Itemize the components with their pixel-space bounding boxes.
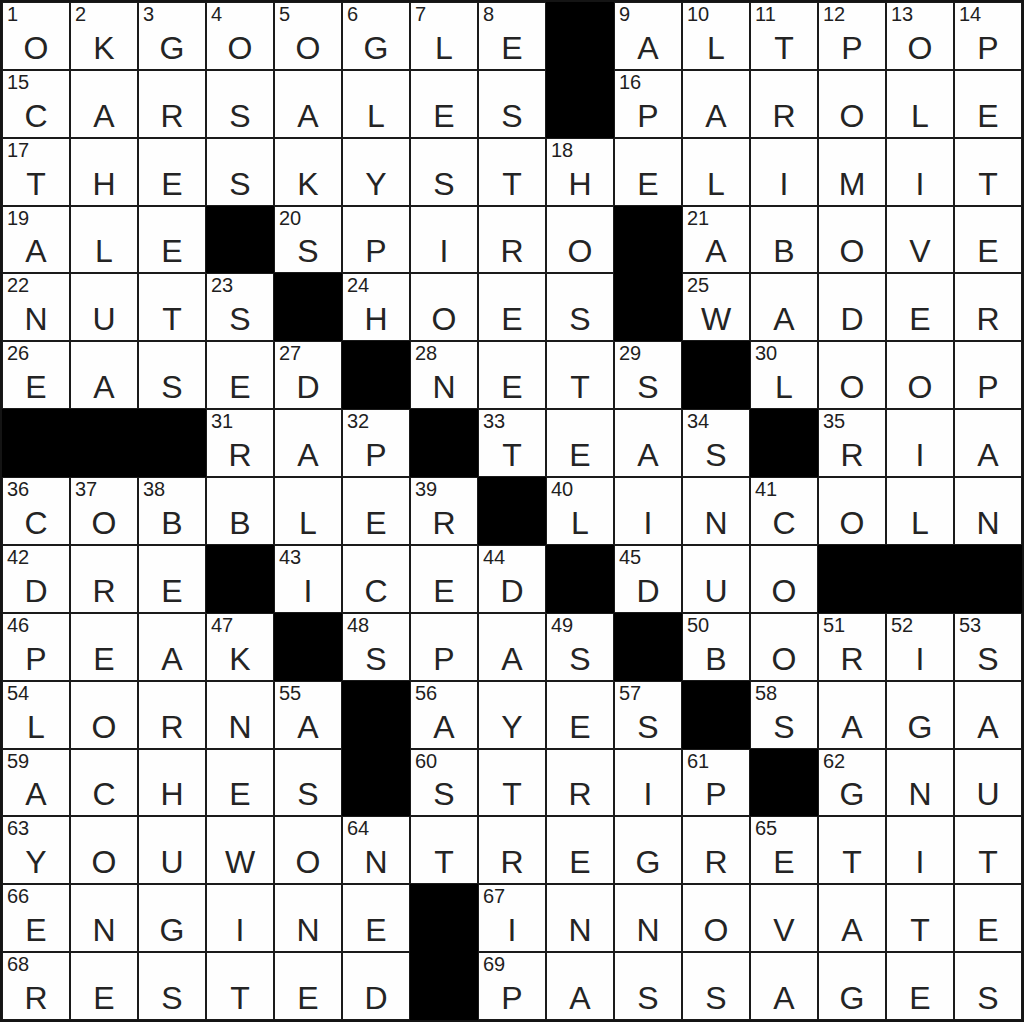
grid-cell-r4c13[interactable]: O [818, 206, 886, 274]
grid-cell-r10c7[interactable]: P [410, 613, 478, 681]
grid-cell-r13c8[interactable]: R [478, 816, 546, 884]
cell-letter: O [751, 575, 817, 607]
grid-cell-r3c13[interactable]: M [818, 138, 886, 206]
cell-letter: T [207, 982, 273, 1014]
grid-cell-r2c5[interactable]: A [274, 70, 342, 138]
block-cell-r11c11 [682, 681, 750, 749]
grid-cell-r8c4[interactable]: B [206, 477, 274, 545]
grid-cell-r9c10[interactable]: 45D [614, 545, 682, 613]
cell-letter: R [547, 778, 613, 810]
grid-cell-r5c14[interactable]: E [886, 273, 954, 341]
grid-cell-r6c9[interactable]: T [546, 341, 614, 409]
grid-cell-r3c6[interactable]: Y [342, 138, 410, 206]
grid-cell-r4c2[interactable]: L [70, 206, 138, 274]
grid-cell-r13c9[interactable]: E [546, 816, 614, 884]
clue-number: 10 [687, 4, 709, 25]
grid-cell-r5c11[interactable]: 25W [682, 273, 750, 341]
grid-cell-r9c1[interactable]: 42D [2, 545, 70, 613]
grid-cell-r10c13[interactable]: 51R [818, 613, 886, 681]
grid-cell-r9c11[interactable]: U [682, 545, 750, 613]
cell-letter: A [683, 235, 749, 267]
cell-letter: I [887, 439, 953, 471]
grid-cell-r12c9[interactable]: R [546, 749, 614, 817]
grid-cell-r11c4[interactable]: N [206, 681, 274, 749]
cell-letter: E [275, 982, 341, 1014]
clue-number: 22 [7, 275, 29, 296]
clue-number: 19 [7, 208, 29, 229]
grid-cell-r10c4[interactable]: 47K [206, 613, 274, 681]
grid-cell-r15c15[interactable]: S [954, 952, 1022, 1020]
cell-letter: O [275, 846, 341, 878]
cell-letter: E [887, 303, 953, 335]
cell-letter: O [751, 643, 817, 675]
grid-cell-r1c3[interactable]: 3G [138, 2, 206, 70]
grid-cell-r13c11[interactable]: R [682, 816, 750, 884]
grid-cell-r3c2[interactable]: H [70, 138, 138, 206]
clue-number: 13 [891, 4, 913, 25]
grid-cell-r12c13[interactable]: 62G [818, 749, 886, 817]
cell-letter: L [547, 507, 613, 539]
block-cell-r9c9 [546, 545, 614, 613]
cell-letter: T [751, 32, 817, 64]
grid-cell-r3c3[interactable]: E [138, 138, 206, 206]
grid-cell-r4c8[interactable]: R [478, 206, 546, 274]
grid-cell-r3c12[interactable]: I [750, 138, 818, 206]
grid-cell-r1c1[interactable]: 1O [2, 2, 70, 70]
grid-cell-r7c4[interactable]: 31R [206, 409, 274, 477]
cell-letter: N [683, 507, 749, 539]
grid-cell-r8c15[interactable]: N [954, 477, 1022, 545]
cell-letter: T [411, 846, 477, 878]
grid-cell-r5c7[interactable]: O [410, 273, 478, 341]
grid-cell-r9c7[interactable]: E [410, 545, 478, 613]
cell-letter: E [479, 32, 545, 64]
grid-cell-r11c7[interactable]: 56A [410, 681, 478, 749]
grid-cell-r7c14[interactable]: I [886, 409, 954, 477]
grid-cell-r1c2[interactable]: 2K [70, 2, 138, 70]
grid-cell-r15c3[interactable]: S [138, 952, 206, 1020]
grid-cell-r4c11[interactable]: 21A [682, 206, 750, 274]
grid-cell-r10c6[interactable]: 48S [342, 613, 410, 681]
cell-letter: A [71, 100, 137, 132]
clue-number: 57 [619, 683, 641, 704]
grid-cell-r6c14[interactable]: O [886, 341, 954, 409]
cell-letter: I [887, 643, 953, 675]
clue-number: 35 [823, 411, 845, 432]
cell-letter: L [3, 711, 69, 743]
grid-cell-r14c4[interactable]: I [206, 884, 274, 952]
grid-cell-r2c10[interactable]: 16P [614, 70, 682, 138]
grid-cell-r6c10[interactable]: 29S [614, 341, 682, 409]
cell-letter: O [71, 846, 137, 878]
cell-letter: G [615, 846, 681, 878]
clue-number: 40 [551, 479, 573, 500]
grid-cell-r8c2[interactable]: 37O [70, 477, 138, 545]
grid-cell-r14c9[interactable]: N [546, 884, 614, 952]
grid-cell-r13c12[interactable]: 65E [750, 816, 818, 884]
crossword-grid: 1O2K3G4O5O6G7L8E9A10L11T12P13O14P15CARSA… [0, 0, 1024, 1022]
cell-letter: I [479, 914, 545, 946]
cell-letter: L [71, 235, 137, 267]
grid-cell-r1c12[interactable]: 11T [750, 2, 818, 70]
grid-cell-r15c9[interactable]: A [546, 952, 614, 1020]
grid-cell-r5c8[interactable]: E [478, 273, 546, 341]
grid-cell-r7c5[interactable]: A [274, 409, 342, 477]
grid-cell-r11c8[interactable]: Y [478, 681, 546, 749]
grid-cell-r1c7[interactable]: 7L [410, 2, 478, 70]
grid-cell-r14c14[interactable]: T [886, 884, 954, 952]
grid-cell-r14c11[interactable]: O [682, 884, 750, 952]
grid-cell-r8c9[interactable]: 40L [546, 477, 614, 545]
cell-letter: O [547, 235, 613, 267]
grid-cell-r5c2[interactable]: U [70, 273, 138, 341]
grid-cell-r3c15[interactable]: T [954, 138, 1022, 206]
grid-cell-r2c6[interactable]: L [342, 70, 410, 138]
grid-cell-r1c15[interactable]: 14P [954, 2, 1022, 70]
grid-cell-r10c14[interactable]: 52I [886, 613, 954, 681]
grid-cell-r6c3[interactable]: S [138, 341, 206, 409]
grid-cell-r13c3[interactable]: U [138, 816, 206, 884]
grid-cell-r7c11[interactable]: 34S [682, 409, 750, 477]
clue-number: 44 [483, 547, 505, 568]
grid-cell-r14c5[interactable]: N [274, 884, 342, 952]
grid-cell-r8c5[interactable]: L [274, 477, 342, 545]
grid-cell-r13c4[interactable]: W [206, 816, 274, 884]
grid-cell-r1c6[interactable]: 6G [342, 2, 410, 70]
grid-cell-r4c3[interactable]: E [138, 206, 206, 274]
grid-cell-r7c8[interactable]: 33T [478, 409, 546, 477]
grid-cell-r13c14[interactable]: I [886, 816, 954, 884]
cell-letter: R [479, 846, 545, 878]
grid-cell-r13c10[interactable]: G [614, 816, 682, 884]
grid-cell-r15c10[interactable]: S [614, 952, 682, 1020]
grid-cell-r1c4[interactable]: 4O [206, 2, 274, 70]
grid-cell-r15c8[interactable]: 69P [478, 952, 546, 1020]
cell-letter: E [955, 914, 1021, 946]
cell-letter: N [547, 914, 613, 946]
grid-cell-r15c11[interactable]: S [682, 952, 750, 1020]
grid-cell-r5c9[interactable]: S [546, 273, 614, 341]
grid-cell-r11c5[interactable]: 55A [274, 681, 342, 749]
cell-letter: B [751, 235, 817, 267]
grid-cell-r8c11[interactable]: N [682, 477, 750, 545]
grid-cell-r5c15[interactable]: R [954, 273, 1022, 341]
grid-cell-r2c1[interactable]: 15C [2, 70, 70, 138]
grid-cell-r7c13[interactable]: 35R [818, 409, 886, 477]
cell-letter: B [207, 507, 273, 539]
grid-cell-r2c13[interactable]: O [818, 70, 886, 138]
grid-cell-r8c3[interactable]: 38B [138, 477, 206, 545]
clue-number: 6 [347, 4, 358, 25]
grid-cell-r11c14[interactable]: G [886, 681, 954, 749]
grid-cell-r13c6[interactable]: 64N [342, 816, 410, 884]
grid-cell-r1c14[interactable]: 13O [886, 2, 954, 70]
grid-cell-r12c1[interactable]: 59A [2, 749, 70, 817]
grid-cell-r13c1[interactable]: 63Y [2, 816, 70, 884]
grid-cell-r14c8[interactable]: 67I [478, 884, 546, 952]
grid-cell-r3c5[interactable]: K [274, 138, 342, 206]
cell-letter: M [819, 168, 885, 200]
cell-letter: R [479, 235, 545, 267]
cell-letter: T [955, 168, 1021, 200]
clue-number: 49 [551, 615, 573, 636]
cell-letter: L [411, 32, 477, 64]
grid-cell-r8c6[interactable]: E [342, 477, 410, 545]
grid-cell-r12c3[interactable]: H [138, 749, 206, 817]
cell-letter: K [207, 643, 273, 675]
grid-cell-r13c7[interactable]: T [410, 816, 478, 884]
grid-cell-r5c4[interactable]: 23S [206, 273, 274, 341]
grid-cell-r6c7[interactable]: 28N [410, 341, 478, 409]
grid-cell-r12c14[interactable]: N [886, 749, 954, 817]
grid-cell-r8c7[interactable]: 39R [410, 477, 478, 545]
clue-number: 64 [347, 818, 369, 839]
cell-letter: E [207, 371, 273, 403]
cell-letter: A [3, 235, 69, 267]
grid-cell-r1c8[interactable]: 8E [478, 2, 546, 70]
grid-cell-r15c12[interactable]: A [750, 952, 818, 1020]
grid-cell-r9c2[interactable]: R [70, 545, 138, 613]
grid-cell-r7c9[interactable]: E [546, 409, 614, 477]
cell-letter: O [887, 371, 953, 403]
grid-cell-r6c8[interactable]: E [478, 341, 546, 409]
grid-cell-r2c3[interactable]: R [138, 70, 206, 138]
grid-cell-r2c7[interactable]: E [410, 70, 478, 138]
cell-letter: A [139, 643, 205, 675]
cell-letter: A [751, 982, 817, 1014]
cell-letter: E [411, 575, 477, 607]
grid-cell-r1c5[interactable]: 5O [274, 2, 342, 70]
grid-cell-r12c15[interactable]: U [954, 749, 1022, 817]
grid-cell-r9c3[interactable]: E [138, 545, 206, 613]
grid-cell-r7c6[interactable]: 32P [342, 409, 410, 477]
grid-cell-r11c10[interactable]: 57S [614, 681, 682, 749]
block-cell-r11c6 [342, 681, 410, 749]
grid-cell-r7c15[interactable]: A [954, 409, 1022, 477]
grid-cell-r15c14[interactable]: E [886, 952, 954, 1020]
cell-letter: O [819, 507, 885, 539]
cell-letter: A [479, 643, 545, 675]
block-cell-r9c15 [954, 545, 1022, 613]
grid-cell-r12c10[interactable]: I [614, 749, 682, 817]
cell-letter: C [343, 575, 409, 607]
cell-letter: H [139, 778, 205, 810]
grid-cell-r9c8[interactable]: 44D [478, 545, 546, 613]
grid-cell-r8c1[interactable]: 36C [2, 477, 70, 545]
cell-letter: U [683, 575, 749, 607]
grid-cell-r8c10[interactable]: I [614, 477, 682, 545]
cell-letter: T [139, 303, 205, 335]
grid-cell-r15c1[interactable]: 68R [2, 952, 70, 1020]
grid-cell-r15c5[interactable]: E [274, 952, 342, 1020]
clue-number: 3 [143, 4, 154, 25]
cell-letter: S [615, 982, 681, 1014]
grid-cell-r4c15[interactable]: E [954, 206, 1022, 274]
clue-number: 34 [687, 411, 709, 432]
grid-cell-r14c15[interactable]: E [954, 884, 1022, 952]
grid-cell-r10c15[interactable]: 53S [954, 613, 1022, 681]
grid-cell-r15c6[interactable]: D [342, 952, 410, 1020]
cell-letter: O [411, 303, 477, 335]
grid-cell-r5c1[interactable]: 22N [2, 273, 70, 341]
cell-letter: E [3, 371, 69, 403]
grid-cell-r3c11[interactable]: L [682, 138, 750, 206]
grid-cell-r14c1[interactable]: 66E [2, 884, 70, 952]
cell-letter: S [411, 168, 477, 200]
grid-cell-r6c1[interactable]: 26E [2, 341, 70, 409]
grid-cell-r12c11[interactable]: 61P [682, 749, 750, 817]
grid-cell-r11c13[interactable]: A [818, 681, 886, 749]
grid-cell-r10c1[interactable]: 46P [2, 613, 70, 681]
grid-cell-r12c2[interactable]: C [70, 749, 138, 817]
cell-letter: C [3, 507, 69, 539]
grid-cell-r10c9[interactable]: 49S [546, 613, 614, 681]
grid-cell-r8c14[interactable]: L [886, 477, 954, 545]
grid-cell-r4c7[interactable]: I [410, 206, 478, 274]
clue-number: 56 [415, 683, 437, 704]
grid-cell-r7c10[interactable]: A [614, 409, 682, 477]
cell-letter: I [411, 235, 477, 267]
cell-letter: G [139, 914, 205, 946]
grid-cell-r3c7[interactable]: S [410, 138, 478, 206]
grid-cell-r2c8[interactable]: S [478, 70, 546, 138]
clue-number: 11 [755, 4, 776, 25]
cell-letter: Y [479, 711, 545, 743]
cell-letter: O [71, 507, 137, 539]
grid-cell-r2c14[interactable]: L [886, 70, 954, 138]
cell-letter: E [343, 914, 409, 946]
grid-cell-r13c2[interactable]: O [70, 816, 138, 884]
cell-letter: L [751, 371, 817, 403]
grid-cell-r6c4[interactable]: E [206, 341, 274, 409]
clue-number: 33 [483, 411, 505, 432]
cell-letter: A [275, 439, 341, 471]
cell-letter: I [751, 168, 817, 200]
grid-cell-r10c12[interactable]: O [750, 613, 818, 681]
grid-cell-r4c9[interactable]: O [546, 206, 614, 274]
cell-letter: T [547, 371, 613, 403]
grid-cell-r11c3[interactable]: R [138, 681, 206, 749]
grid-cell-r3c9[interactable]: 18H [546, 138, 614, 206]
clue-number: 28 [415, 343, 437, 364]
grid-cell-r2c4[interactable]: S [206, 70, 274, 138]
grid-cell-r6c12[interactable]: 30L [750, 341, 818, 409]
grid-cell-r12c7[interactable]: 60S [410, 749, 478, 817]
grid-cell-r8c13[interactable]: O [818, 477, 886, 545]
grid-cell-r2c2[interactable]: A [70, 70, 138, 138]
grid-cell-r13c5[interactable]: O [274, 816, 342, 884]
clue-number: 29 [619, 343, 641, 364]
cell-letter: G [887, 711, 953, 743]
grid-cell-r13c13[interactable]: T [818, 816, 886, 884]
block-cell-r7c12 [750, 409, 818, 477]
clue-number: 9 [619, 4, 630, 25]
cell-letter: A [615, 32, 681, 64]
cell-letter: B [683, 643, 749, 675]
grid-cell-r14c3[interactable]: G [138, 884, 206, 952]
grid-cell-r13c15[interactable]: T [954, 816, 1022, 884]
grid-cell-r6c5[interactable]: 27D [274, 341, 342, 409]
grid-cell-r2c15[interactable]: E [954, 70, 1022, 138]
grid-cell-r5c3[interactable]: T [138, 273, 206, 341]
clue-number: 36 [7, 479, 29, 500]
grid-cell-r4c6[interactable]: P [342, 206, 410, 274]
grid-cell-r14c6[interactable]: E [342, 884, 410, 952]
grid-cell-r1c10[interactable]: 9A [614, 2, 682, 70]
cell-letter: T [887, 914, 953, 946]
grid-cell-r3c4[interactable]: S [206, 138, 274, 206]
grid-cell-r4c12[interactable]: B [750, 206, 818, 274]
grid-cell-r12c5[interactable]: S [274, 749, 342, 817]
grid-cell-r5c12[interactable]: A [750, 273, 818, 341]
grid-cell-r15c13[interactable]: G [818, 952, 886, 1020]
grid-cell-r1c13[interactable]: 12P [818, 2, 886, 70]
cell-letter: O [819, 100, 885, 132]
grid-cell-r11c15[interactable]: A [954, 681, 1022, 749]
grid-cell-r15c2[interactable]: E [70, 952, 138, 1020]
grid-cell-r11c9[interactable]: E [546, 681, 614, 749]
grid-cell-r2c11[interactable]: A [682, 70, 750, 138]
cell-letter: A [751, 303, 817, 335]
block-cell-r6c6 [342, 341, 410, 409]
grid-cell-r6c13[interactable]: O [818, 341, 886, 409]
clue-number: 23 [211, 275, 233, 296]
cell-letter: S [547, 643, 613, 675]
grid-cell-r5c13[interactable]: D [818, 273, 886, 341]
grid-cell-r15c4[interactable]: T [206, 952, 274, 1020]
grid-cell-r4c5[interactable]: 20S [274, 206, 342, 274]
grid-cell-r5c6[interactable]: 24H [342, 273, 410, 341]
cell-letter: D [343, 982, 409, 1014]
grid-cell-r12c8[interactable]: T [478, 749, 546, 817]
cell-letter: S [207, 100, 273, 132]
grid-cell-r9c6[interactable]: C [342, 545, 410, 613]
grid-cell-r10c3[interactable]: A [138, 613, 206, 681]
grid-cell-r9c5[interactable]: 43I [274, 545, 342, 613]
cell-letter: I [887, 846, 953, 878]
grid-cell-r11c2[interactable]: O [70, 681, 138, 749]
grid-cell-r10c2[interactable]: E [70, 613, 138, 681]
grid-cell-r4c1[interactable]: 19A [2, 206, 70, 274]
grid-cell-r2c12[interactable]: R [750, 70, 818, 138]
grid-cell-r6c15[interactable]: P [954, 341, 1022, 409]
cell-letter: A [275, 100, 341, 132]
grid-cell-r4c14[interactable]: V [886, 206, 954, 274]
grid-cell-r3c14[interactable]: I [886, 138, 954, 206]
cell-letter: A [819, 711, 885, 743]
grid-cell-r14c12[interactable]: V [750, 884, 818, 952]
clue-number: 12 [823, 4, 845, 25]
grid-cell-r11c12[interactable]: 58S [750, 681, 818, 749]
grid-cell-r14c10[interactable]: N [614, 884, 682, 952]
grid-cell-r3c8[interactable]: T [478, 138, 546, 206]
grid-cell-r10c11[interactable]: 50B [682, 613, 750, 681]
grid-cell-r9c12[interactable]: O [750, 545, 818, 613]
grid-cell-r14c2[interactable]: N [70, 884, 138, 952]
grid-cell-r14c13[interactable]: A [818, 884, 886, 952]
cell-letter: S [139, 371, 205, 403]
grid-cell-r1c11[interactable]: 10L [682, 2, 750, 70]
grid-cell-r12c4[interactable]: E [206, 749, 274, 817]
grid-cell-r8c12[interactable]: 41C [750, 477, 818, 545]
grid-cell-r3c10[interactable]: E [614, 138, 682, 206]
grid-cell-r3c1[interactable]: 17T [2, 138, 70, 206]
grid-cell-r6c2[interactable]: A [70, 341, 138, 409]
grid-cell-r11c1[interactable]: 54L [2, 681, 70, 749]
grid-cell-r10c8[interactable]: A [478, 613, 546, 681]
clue-number: 68 [7, 954, 29, 975]
cell-letter: E [615, 168, 681, 200]
